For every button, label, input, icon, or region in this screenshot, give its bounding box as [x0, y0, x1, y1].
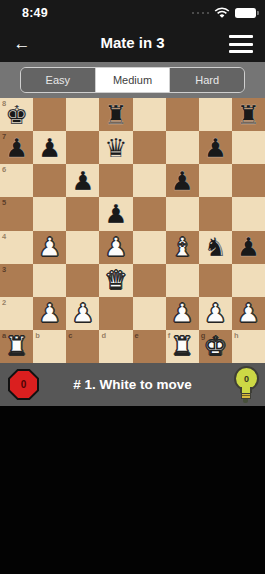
footer-bar: # 1. White to move 0 0: [0, 363, 265, 406]
square-h3[interactable]: [232, 264, 265, 297]
coord-label-5: 5: [2, 198, 6, 207]
square-g5[interactable]: [199, 197, 232, 230]
square-d4[interactable]: ♟: [99, 231, 132, 264]
square-b3[interactable]: [33, 264, 66, 297]
square-h5[interactable]: [232, 197, 265, 230]
mistake-count: 0: [8, 369, 39, 400]
square-a4[interactable]: 4: [0, 231, 33, 264]
coord-label-h: h: [234, 331, 239, 340]
square-f3[interactable]: [166, 264, 199, 297]
square-e5[interactable]: [133, 197, 166, 230]
black-rook-h8: ♜: [232, 98, 265, 131]
black-pawn-g7: ♟: [199, 131, 232, 164]
black-rook-d8: ♜: [99, 98, 132, 131]
square-h7[interactable]: [232, 131, 265, 164]
square-d3[interactable]: ♛: [99, 264, 132, 297]
square-c7[interactable]: [66, 131, 99, 164]
square-a1[interactable]: a♜: [0, 330, 33, 363]
square-g6[interactable]: [199, 164, 232, 197]
square-f8[interactable]: [166, 98, 199, 131]
coord-label-3: 3: [2, 265, 6, 274]
white-pawn-h2: ♟: [232, 297, 265, 330]
hint-button[interactable]: 0: [232, 366, 258, 405]
battery-icon: [235, 8, 256, 18]
square-d5[interactable]: ♟: [99, 197, 132, 230]
square-e4[interactable]: [133, 231, 166, 264]
nav-bar: ← Mate in 3: [0, 26, 265, 62]
tab-medium[interactable]: Medium: [95, 68, 170, 92]
square-f7[interactable]: [166, 131, 199, 164]
coord-label-c: c: [68, 331, 72, 340]
black-king-a8: ♚: [0, 98, 33, 131]
square-b5[interactable]: [33, 197, 66, 230]
square-e3[interactable]: [133, 264, 166, 297]
wifi-icon: [214, 7, 230, 19]
square-a3[interactable]: 3: [0, 264, 33, 297]
square-h2[interactable]: ♟: [232, 297, 265, 330]
coord-label-2: 2: [2, 298, 6, 307]
square-h1[interactable]: h: [232, 330, 265, 363]
square-d8[interactable]: ♜: [99, 98, 132, 131]
square-b7[interactable]: ♟: [33, 131, 66, 164]
square-c2[interactable]: ♟: [66, 297, 99, 330]
difficulty-segmented-control: Easy Medium Hard: [20, 67, 245, 93]
square-g4[interactable]: ♞: [199, 231, 232, 264]
square-c3[interactable]: [66, 264, 99, 297]
square-g7[interactable]: ♟: [199, 131, 232, 164]
square-b2[interactable]: ♟: [33, 297, 66, 330]
white-pawn-c2: ♟: [66, 297, 99, 330]
square-e8[interactable]: [133, 98, 166, 131]
white-queen-d3: ♛: [99, 264, 132, 297]
square-e1[interactable]: e: [133, 330, 166, 363]
square-g8[interactable]: [199, 98, 232, 131]
square-a8[interactable]: 8♚: [0, 98, 33, 131]
square-g3[interactable]: [199, 264, 232, 297]
square-c4[interactable]: [66, 231, 99, 264]
square-a2[interactable]: 2: [0, 297, 33, 330]
coord-label-6: 6: [2, 165, 6, 174]
top-bars: 8:49 ← Mate in 3: [0, 0, 265, 62]
square-a5[interactable]: 5: [0, 197, 33, 230]
black-queen-d7: ♛: [99, 131, 132, 164]
mistake-counter-badge: 0: [8, 369, 39, 400]
status-bar: 8:49: [0, 0, 265, 26]
white-rook-a1: ♜: [0, 330, 33, 363]
tab-easy[interactable]: Easy: [21, 68, 95, 92]
square-h4[interactable]: ♟: [232, 231, 265, 264]
black-pawn-b7: ♟: [33, 131, 66, 164]
square-f2[interactable]: ♟: [166, 297, 199, 330]
coord-label-4: 4: [2, 232, 6, 241]
white-rook-f1: ♜: [166, 330, 199, 363]
coord-label-e: e: [135, 331, 139, 340]
black-pawn-f6: ♟: [166, 164, 199, 197]
coord-label-b: b: [35, 331, 40, 340]
white-pawn-b4: ♟: [33, 231, 66, 264]
square-b6[interactable]: [33, 164, 66, 197]
square-b8[interactable]: [33, 98, 66, 131]
black-pawn-d5: ♟: [99, 197, 132, 230]
clock-time: 8:49: [22, 6, 48, 20]
white-pawn-g2: ♟: [199, 297, 232, 330]
square-g1[interactable]: g♚: [199, 330, 232, 363]
coord-label-d: d: [101, 331, 106, 340]
square-d6[interactable]: [99, 164, 132, 197]
square-c6[interactable]: ♟: [66, 164, 99, 197]
square-b1[interactable]: b: [33, 330, 66, 363]
square-f4[interactable]: ♝: [166, 231, 199, 264]
square-h6[interactable]: [232, 164, 265, 197]
square-c5[interactable]: [66, 197, 99, 230]
hamburger-menu-button[interactable]: [229, 35, 253, 53]
square-a6[interactable]: 6: [0, 164, 33, 197]
white-king-g1: ♚: [199, 330, 232, 363]
status-icons: [192, 7, 257, 19]
square-e6[interactable]: [133, 164, 166, 197]
difficulty-tab-bar: Easy Medium Hard: [0, 62, 265, 98]
white-bishop-f4: ♝: [166, 231, 199, 264]
white-pawn-b2: ♟: [33, 297, 66, 330]
square-f6[interactable]: ♟: [166, 164, 199, 197]
square-e2[interactable]: [133, 297, 166, 330]
page-title: Mate in 3: [0, 26, 265, 62]
square-f1[interactable]: f♜: [166, 330, 199, 363]
square-d1[interactable]: d: [99, 330, 132, 363]
square-h8[interactable]: ♜: [232, 98, 265, 131]
square-b4[interactable]: ♟: [33, 231, 66, 264]
black-pawn-a7: ♟: [0, 131, 33, 164]
square-d7[interactable]: ♛: [99, 131, 132, 164]
white-pawn-d4: ♟: [99, 231, 132, 264]
black-knight-g4: ♞: [199, 231, 232, 264]
cellular-signal-icon: [192, 12, 210, 15]
square-e7[interactable]: [133, 131, 166, 164]
tab-hard[interactable]: Hard: [169, 68, 244, 92]
square-a7[interactable]: 7♟: [0, 131, 33, 164]
black-pawn-h4: ♟: [232, 231, 265, 264]
square-d2[interactable]: [99, 297, 132, 330]
square-c8[interactable]: [66, 98, 99, 131]
board: 8♚♜♜7♟♟♛♟6♟♟5♟4♟♟♝♞♟3♛2♟♟♟♟♟a♜bcdef♜g♚h: [0, 98, 265, 363]
square-g2[interactable]: ♟: [199, 297, 232, 330]
white-pawn-f2: ♟: [166, 297, 199, 330]
square-f5[interactable]: [166, 197, 199, 230]
puzzle-caption: # 1. White to move: [0, 363, 265, 406]
black-pawn-c6: ♟: [66, 164, 99, 197]
square-c1[interactable]: c: [66, 330, 99, 363]
